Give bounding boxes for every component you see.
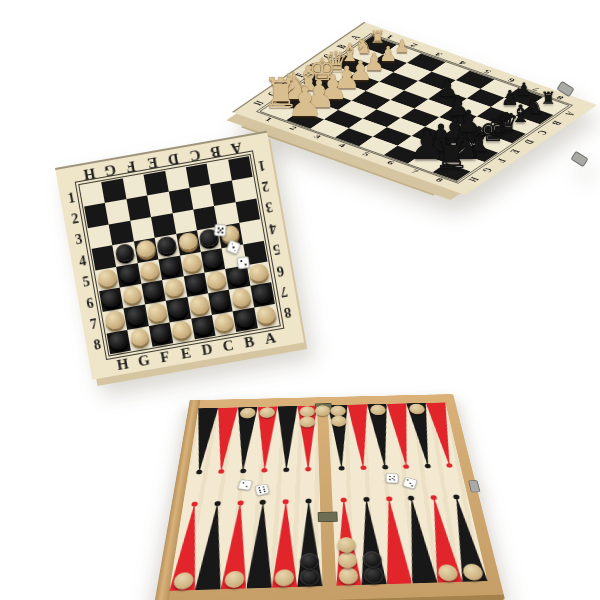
- die-pip: [217, 231, 219, 233]
- checkers-row-label-right: 7: [279, 284, 288, 299]
- chess-rank-label: 2: [287, 125, 298, 131]
- chess-file-label: H: [466, 176, 481, 183]
- backgammon-die: [385, 473, 398, 483]
- chess-rank-label: 8: [434, 177, 445, 183]
- point-tip-dot: [446, 463, 453, 468]
- chess-rank-label-far: 7: [531, 86, 542, 92]
- die-pip: [410, 484, 412, 486]
- checkers-col-label-top: C: [188, 146, 201, 163]
- checkers-row-label: 7: [89, 317, 98, 332]
- point-tip-dot: [360, 465, 366, 470]
- checkers-row-label-right: 4: [268, 220, 277, 235]
- die-pip: [408, 482, 410, 484]
- chess-rank-label: 1: [263, 117, 274, 123]
- point-tip-dot: [408, 496, 415, 501]
- hinge-icon: [318, 512, 338, 523]
- point-tip-dot: [425, 464, 432, 469]
- chess-file-label: B: [549, 120, 563, 126]
- checkers-row-label: 1: [67, 191, 76, 206]
- checkers-col-label: F: [159, 348, 171, 364]
- chess-rank-label-far: 8: [555, 95, 566, 101]
- checkers-col-label-top: F: [125, 157, 137, 173]
- checkers-die: [237, 256, 250, 269]
- checkers-row-label: 4: [78, 254, 87, 269]
- die-pip: [242, 482, 244, 484]
- die-pip: [259, 491, 261, 493]
- die-pip: [391, 477, 393, 479]
- checkers-row-label: 2: [71, 212, 80, 227]
- checkers-col-label-top: H: [82, 164, 96, 181]
- die-pip: [263, 490, 265, 492]
- point-tip-dot: [382, 465, 388, 470]
- point-tip-dot: [363, 497, 370, 502]
- die-pip: [231, 243, 233, 245]
- die-pip: [234, 249, 236, 251]
- chess-rank-label-far: 2: [409, 43, 420, 49]
- checkers-row-label-right: 5: [272, 241, 281, 256]
- checkers-col-label-top: D: [167, 149, 180, 166]
- chess-rank-label: 3: [312, 134, 323, 140]
- checkers-row-label-right: 8: [283, 305, 292, 320]
- checkers-row-label: 5: [82, 275, 91, 290]
- checkers-row-label-right: 1: [257, 157, 266, 172]
- chess-file-label: G: [480, 167, 495, 174]
- die-pip: [232, 246, 234, 248]
- chess-rank-label-far: 1: [384, 34, 395, 40]
- die-pip: [389, 475, 391, 477]
- metal-clasp-icon: [468, 480, 480, 492]
- chess-file-label: A: [563, 110, 577, 116]
- chess-file-label: E: [508, 148, 522, 154]
- point-tip-dot: [386, 496, 393, 501]
- checkers-row-label-right: 2: [261, 178, 270, 193]
- chess-rank-label: 7: [409, 169, 420, 175]
- point-tip-dot: [430, 495, 437, 500]
- die-pip: [388, 479, 390, 481]
- checkers-col-label: D: [200, 341, 213, 358]
- die-pip: [393, 479, 395, 481]
- chess-file-label: F: [494, 158, 508, 164]
- die-pip: [221, 231, 223, 233]
- point-tip-dot: [403, 464, 410, 469]
- checkers-col-label: E: [180, 344, 192, 361]
- checkers-col-label-top: A: [230, 138, 243, 155]
- chess-rank-label: 5: [361, 151, 372, 157]
- checkers-row-label: 3: [74, 233, 83, 248]
- checkers-col-label: G: [137, 352, 151, 369]
- chess-rank-label-far: 3: [433, 51, 444, 57]
- chess-rank-label-far: 6: [506, 77, 517, 83]
- die-pip: [393, 476, 395, 478]
- chess-rank-label-far: 5: [482, 69, 493, 75]
- die-pip: [240, 260, 242, 262]
- board-pinstripe: [259, 35, 569, 182]
- die-pip: [245, 264, 247, 266]
- checkers-row-label-right: 3: [264, 199, 273, 214]
- metal-clasp-icon: [570, 151, 588, 167]
- product-photo-3in1-game-set: 1122334455667788AABBCCDDEEFFGGHH ♜♞♝♛♚♝♞…: [0, 0, 600, 600]
- backgammon-board: [154, 394, 504, 600]
- die-pip: [245, 486, 247, 488]
- point-tip-dot: [453, 494, 460, 499]
- checkers-col-label: C: [221, 337, 234, 354]
- die-pip: [406, 479, 408, 481]
- checkers-col-label-top: E: [146, 153, 158, 170]
- checkers-col-label: B: [243, 333, 255, 350]
- checkers-col-label: H: [116, 355, 130, 372]
- chess-file-label: C: [535, 129, 549, 135]
- chess-rank-label: 6: [385, 160, 396, 166]
- checkers-col-label: A: [263, 329, 276, 346]
- checkers-col-label-top: B: [209, 142, 221, 159]
- backgammon-die: [237, 479, 253, 490]
- checkers-board: 1122334455667788HHGGFFEEDDCCBBAA: [55, 131, 304, 380]
- checkers-row-label-right: 6: [275, 263, 284, 278]
- die-pip: [222, 227, 224, 229]
- checkers-die: [214, 224, 227, 237]
- checkers-col-label-top: G: [103, 161, 117, 178]
- chess-board-surface: 1122334455667788AABBCCDDEEFFGGHH: [232, 22, 597, 195]
- chess-file-label: D: [521, 139, 535, 145]
- chess-rank-label: 4: [336, 143, 347, 149]
- chess-rank-label-far: 4: [457, 60, 468, 66]
- checkers-row-label: 8: [93, 338, 102, 353]
- checkers-row-label: 6: [85, 296, 94, 311]
